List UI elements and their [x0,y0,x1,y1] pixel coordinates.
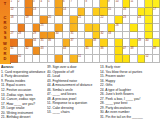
grid-cell-white[interactable] [93,0,101,8]
clues-across-column-1: Across: 1. Card requesting attendance4. … [1,65,46,120]
grid-cell-white[interactable]: 8 [85,0,93,8]
grid-cell-block [55,55,63,63]
grid-cell-white[interactable] [108,55,116,63]
cell-number: 40 [145,39,148,42]
crossword-grid: 1234567891011121314151617181920212223242… [10,0,160,63]
grid-cell-white[interactable]: 42 [25,47,33,55]
grid-cell-white[interactable] [138,47,146,55]
grid-cell-block [33,47,41,55]
cell-number: 26 [115,24,118,27]
grid-cell-white[interactable]: 27 [10,32,18,40]
cell-number: 8 [85,0,87,3]
grid-cell-white[interactable] [48,55,56,63]
cell-number: 28 [18,32,21,35]
cell-number: 42 [25,47,28,50]
cell-number: 19 [25,16,28,19]
grid-cell-white[interactable]: 48 [130,47,138,55]
cell-number: 49 [153,47,156,50]
grid-cell-white[interactable]: 40 [145,39,153,47]
cell-number: 3 [33,0,35,3]
grid-cell-white[interactable]: 19 [25,16,33,24]
grid-cell-white[interactable] [115,8,123,16]
grid-cell-white[interactable] [85,16,93,24]
grid-cell-white[interactable] [130,8,138,16]
grid-cell-white[interactable]: 24 [138,16,146,24]
cell-number: 36 [48,39,51,42]
cell-number: 47 [123,47,126,50]
grid-cell-white[interactable] [85,8,93,16]
grid-cell-block [100,0,108,8]
vertical-title-letter: D [4,56,7,61]
cell-number: 34 [33,39,36,42]
cell-number: 2 [18,0,20,3]
grid-cell-block [10,55,18,63]
grid-cell-white[interactable]: 2 [18,0,26,8]
cell-number: 29 [33,32,36,35]
cell-number: 52 [145,55,148,58]
grid-cell-white[interactable]: 41 [10,47,18,55]
grid-cell-block [55,0,63,8]
grid-cell-block [93,24,101,32]
clues-down-column: 13. Early riser14. You blow these at par… [100,65,160,120]
grid-cell-white[interactable] [18,16,26,24]
grid-cell-white[interactable] [130,55,138,63]
grid-cell-white[interactable]: 18 [10,16,18,24]
grid-cell-white[interactable]: 37 [70,39,78,47]
grid-cell-white[interactable] [123,32,131,40]
cell-number: 37 [70,39,73,42]
clue-item: 31. Pin the tail on the ______ [100,115,160,120]
cell-number: 6 [63,0,65,3]
grid-cell-white[interactable] [100,55,108,63]
clue-area: Across: 1. Card requesting attendance4. … [0,64,160,120]
grid-cell-white[interactable]: 50 [18,55,26,63]
grid-cell-white[interactable]: 28 [18,32,26,40]
grid-cell-white[interactable]: 43 [40,47,48,55]
grid-cell-white[interactable]: 5 [48,0,56,8]
grid-cell-white[interactable]: 13 [33,8,41,16]
grid-cell-white[interactable] [70,47,78,55]
cell-number: 18 [10,16,13,19]
grid-cell-white[interactable]: 46 [100,47,108,55]
grid-cell-white[interactable] [48,47,56,55]
grid-cell-white[interactable] [93,16,101,24]
cell-number: 51 [78,55,81,58]
grid-cell-white[interactable]: 38 [93,39,101,47]
grid-cell-white[interactable]: 7 [70,0,78,8]
cell-number: 16 [123,8,126,11]
grid-cell-block [145,24,153,32]
cell-number: 7 [70,0,72,3]
grid-cell-white[interactable] [138,24,146,32]
cell-number: 50 [18,55,21,58]
grid-cell-block [145,8,153,16]
cell-number: 33 [108,32,111,35]
cell-number: 41 [10,47,13,50]
cell-number: 31 [70,32,73,35]
grid-cell-white[interactable] [48,24,56,32]
grid-cell-white[interactable] [153,32,161,40]
cell-number: 32 [100,32,103,35]
grid-cell-white[interactable]: 25 [40,24,48,32]
grid-cell-white[interactable]: 39 [138,39,146,47]
grid-cell-white[interactable]: 36 [48,39,56,47]
grid-cell-white[interactable] [108,39,116,47]
grid-cell-white[interactable] [25,24,33,32]
grid-cell-white[interactable]: 23 [123,16,131,24]
cell-number: 48 [130,47,133,50]
grid-cell-block [25,0,33,8]
grid-cell-block [138,55,146,63]
cell-number: 44 [63,47,66,50]
cell-number: 25 [40,24,43,27]
cell-number: 21 [78,16,81,19]
grid-cell-white[interactable]: 51 [78,55,86,63]
grid-cell-white[interactable]: 30 [55,32,63,40]
cell-number: 15 [108,8,111,11]
grid-cell-white[interactable]: 45 [85,47,93,55]
grid-cell-white[interactable]: 14 [63,8,71,16]
cell-number: 46 [100,47,103,50]
grid-cell-white[interactable]: 22 [100,16,108,24]
grid-cell-white[interactable]: 49 [153,47,161,55]
grid-cell-block [130,24,138,32]
grid-cell-block [115,47,123,55]
grid-cell-white[interactable] [153,24,161,32]
grid-cell-white[interactable]: 26 [115,24,123,32]
grid-cell-white[interactable]: 44 [63,47,71,55]
grid-cell-white[interactable] [78,24,86,32]
cell-number: 39 [138,39,141,42]
clues-across-column-2: 39. Sign over a door40. Opposite of off4… [47,65,99,120]
grid-cell-white[interactable] [78,39,86,47]
grid-cell-white[interactable]: 17 [153,8,161,16]
grid-cell-block [70,55,78,63]
grid-cell-white[interactable] [18,39,26,47]
grid-cell-white[interactable] [40,55,48,63]
vertical-title-letter: T [4,1,6,6]
grid-cell-white[interactable] [78,0,86,8]
grid-cell-white[interactable]: 10 [115,0,123,8]
grid-cell-block [70,16,78,24]
cell-number: 10 [115,0,118,3]
grid-cell-white[interactable] [63,32,71,40]
cell-number: 4 [40,0,42,3]
grid-cell-white[interactable] [108,16,116,24]
grid-cell-block [123,55,131,63]
cell-number: 17 [153,8,156,11]
clue-item: 53. ____ chairs [47,110,99,115]
grid-cell-white[interactable]: 47 [123,47,131,55]
grid-cell-white[interactable] [153,16,161,24]
grid-cell-white[interactable] [40,8,48,16]
cell-number: 13 [33,8,36,11]
grid-cell-white[interactable] [55,16,63,24]
grid-cell-block [145,0,153,8]
grid-cell-white[interactable]: 32 [100,32,108,40]
grid-cell-white[interactable]: 20 [48,16,56,24]
cell-number: 1 [10,0,12,3]
clue-item: 21. Birthday dessert [1,115,46,120]
grid-cell-white[interactable] [25,55,33,63]
grid-cell-white[interactable] [85,55,93,63]
grid-cell-white[interactable] [93,47,101,55]
grid-cell-block [145,16,153,24]
cell-number: 38 [93,39,96,42]
grid-cell-block [115,39,123,47]
grid-cell-white[interactable] [108,47,116,55]
grid-cell-block [93,8,101,16]
grid-cell-white[interactable] [55,47,63,55]
grid-cell-white[interactable] [130,16,138,24]
grid-cell-white[interactable] [25,32,33,40]
cell-number: 22 [100,16,103,19]
grid-cell-white[interactable] [63,24,71,32]
cell-number: 5 [48,0,50,3]
grid-cell-white[interactable]: 33 [108,32,116,40]
grid-cell-white[interactable] [115,32,123,40]
cell-number: 14 [63,8,66,11]
grid-cell-white[interactable] [85,32,93,40]
grid-cell-white[interactable] [63,16,71,24]
cell-number: 23 [123,16,126,19]
grid-cell-white[interactable]: 11 [130,0,138,8]
cell-number: 35 [40,39,43,42]
grid-cell-block [55,8,63,16]
crossword-page: TCROSSWORD 12345678910111213141516171819… [0,0,160,120]
grid-cell-white[interactable] [18,8,26,16]
grid-cell-white[interactable] [153,55,161,63]
grid-cell-white[interactable]: 52 [145,55,153,63]
grid-cell-white[interactable] [123,24,131,32]
grid-cell-block [85,24,93,32]
cell-number: 24 [138,16,141,19]
cell-number: 43 [40,47,43,50]
grid-cell-block [115,55,123,63]
cell-number: 11 [130,0,133,3]
grid-cell-white[interactable]: 21 [78,16,86,24]
grid-cell-white[interactable]: 34 [33,39,41,47]
cell-number: 20 [48,16,51,19]
grid-cell-white[interactable] [55,39,63,47]
cell-number: 30 [55,32,58,35]
grid-cell-white[interactable] [78,32,86,40]
cell-number: 45 [85,47,88,50]
cell-number: 27 [10,32,13,35]
grid-cell-white[interactable]: 4 [40,0,48,8]
grid-cell-white[interactable] [93,55,101,63]
cell-number: 12 [10,8,13,11]
grid-cell-white[interactable] [130,32,138,40]
grid-cell-white[interactable] [70,8,78,16]
cell-number: 9 [108,0,110,3]
grid-cell-white[interactable] [33,55,41,63]
grid-cell-white[interactable] [63,55,71,63]
grid-cell-white[interactable] [33,16,41,24]
grid-cell-white[interactable] [138,0,146,8]
grid-cell-white[interactable]: 15 [108,8,116,16]
